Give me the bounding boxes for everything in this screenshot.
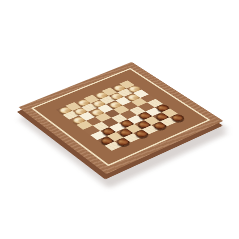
- product-photo: [0, 0, 239, 239]
- board-grid: [56, 80, 185, 150]
- maple-inlay-border: [31, 68, 211, 166]
- checkers-board: [18, 62, 223, 174]
